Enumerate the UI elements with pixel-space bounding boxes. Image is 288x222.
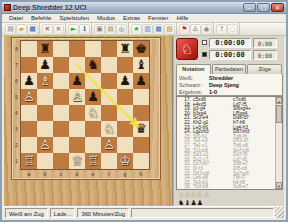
white-pawn[interactable]: ♙: [69, 89, 85, 105]
engine-move-icon[interactable]: ►: [68, 24, 79, 35]
game-info: Weiß: Shredder Schwarz: Deep Sjeng Ergeb…: [176, 74, 283, 96]
status-filler: [131, 208, 274, 218]
square-f1[interactable]: [101, 153, 117, 169]
black-clock-secondary: 0:00: [253, 50, 277, 60]
square-g6[interactable]: ♟: [117, 73, 133, 89]
black-pawn[interactable]: ♟: [69, 73, 85, 89]
status-segment-1: Weiß am Zug: [5, 208, 48, 218]
square-b2[interactable]: ♙: [37, 137, 53, 153]
square-a1[interactable]: ♖: [21, 153, 37, 169]
square-f5[interactable]: [101, 89, 117, 105]
toolbar-group: ★▥▦▧: [130, 23, 177, 35]
menu-befehle[interactable]: Befehle: [27, 15, 55, 21]
menu-datei[interactable]: Datei: [5, 15, 27, 21]
white-pawn[interactable]: ♙: [21, 89, 37, 105]
square-b6[interactable]: ♗: [37, 73, 53, 89]
square-b5[interactable]: [37, 89, 53, 105]
black-rook[interactable]: ♜: [117, 41, 133, 57]
white-bishop[interactable]: ♗: [37, 73, 53, 89]
tab-notation[interactable]: Notation: [176, 64, 211, 74]
status-segment-3: 360 Minuten/Zug: [77, 208, 129, 218]
engine-window-icon[interactable]: ▧: [164, 24, 175, 35]
window-title: Deep Shredder 12 UCI: [13, 4, 242, 11]
square-f4[interactable]: [101, 105, 117, 121]
square-h5[interactable]: [133, 89, 149, 105]
paste-icon[interactable]: ▤: [105, 24, 116, 35]
toolbar-group: ▣▤◎: [93, 23, 129, 35]
rank-label-1: 1: [12, 153, 21, 169]
square-h1[interactable]: [133, 153, 149, 169]
result-value: 1-0: [209, 89, 217, 96]
search-icon[interactable]: ◎: [116, 24, 127, 35]
toolbar-group: ?◌: [215, 23, 240, 35]
rank-label-4: 4: [12, 105, 21, 121]
square-e1[interactable]: ♖: [85, 153, 101, 169]
square-d6[interactable]: ♟: [69, 73, 85, 89]
square-h4[interactable]: [133, 105, 149, 121]
scrollbar-thumb[interactable]: [276, 105, 282, 123]
square-d8[interactable]: [69, 41, 85, 57]
captured-white-pieces: ♗♙♙♙♙: [178, 191, 281, 199]
square-a6[interactable]: ♟: [21, 73, 37, 89]
square-c7[interactable]: [53, 57, 69, 73]
captured-piece-icon: ♙: [203, 191, 209, 199]
square-g3[interactable]: [117, 121, 133, 137]
menu-extras[interactable]: Extras: [119, 15, 144, 21]
white-pawn[interactable]: ♙: [101, 137, 117, 153]
square-h8[interactable]: ♚: [133, 41, 149, 57]
tab-partiedaten[interactable]: Partiedaten: [212, 64, 247, 74]
white-player-name: Shredder: [209, 75, 233, 82]
black-player-label: Schwarz:: [179, 82, 209, 89]
square-g7[interactable]: [117, 57, 133, 73]
square-f7[interactable]: [101, 57, 117, 73]
notation-panel: ♘ 0:00:00 0:00 0:00:00 0:00 NotationPart…: [174, 36, 284, 206]
black-pawn[interactable]: ♟: [21, 73, 37, 89]
square-c2[interactable]: [53, 137, 69, 153]
hint-icon[interactable]: ★: [131, 24, 142, 35]
resize-grip[interactable]: [275, 207, 284, 218]
rank-label-8: 8: [12, 41, 21, 57]
result-label: Ergebnis:: [179, 89, 209, 96]
square-f6[interactable]: [101, 73, 117, 89]
rank-labels: 87654321: [12, 41, 21, 169]
square-g1[interactable]: ♔: [117, 153, 133, 169]
black-pawn[interactable]: ♟: [37, 57, 53, 73]
menu-bar: DateiBefehleSpielstufenModusExtrasFenste…: [2, 14, 286, 23]
file-label-e: e: [85, 170, 101, 178]
black-pawn[interactable]: ♟: [117, 73, 133, 89]
scrollbar-track[interactable]: [276, 104, 282, 182]
shredder-logo: ♘: [176, 38, 198, 60]
square-c4[interactable]: [53, 105, 69, 121]
square-h7[interactable]: ♝: [133, 57, 149, 73]
minimize-button[interactable]: ─: [243, 3, 256, 12]
black-move[interactable]: Sc8-e7: [233, 185, 273, 189]
square-h6[interactable]: ♟: [133, 73, 149, 89]
file-label-f: f: [101, 170, 117, 178]
square-c6[interactable]: [53, 73, 69, 89]
status-segment-2: Lade...: [50, 208, 76, 218]
menu-hilfe[interactable]: Hilfe: [172, 15, 192, 21]
square-c3[interactable]: [53, 121, 69, 137]
file-label-d: d: [69, 170, 85, 178]
white-clock-row: 0:00:00 0:00: [200, 37, 283, 48]
edit-position-icon[interactable]: ✕: [53, 24, 64, 35]
white-rook[interactable]: ♖: [85, 153, 101, 169]
black-rook[interactable]: ♜: [37, 41, 53, 57]
square-b7[interactable]: ♟: [37, 57, 53, 73]
toolbar-group: ✕✕: [41, 23, 66, 35]
square-e4[interactable]: ♘: [85, 105, 101, 121]
snapshot-icon[interactable]: ◉: [201, 24, 212, 35]
setup-icon[interactable]: ♙: [190, 24, 201, 35]
toolbar-group: ►ℹ: [67, 23, 92, 35]
square-h2[interactable]: [133, 137, 149, 153]
app-icon: [4, 4, 11, 11]
tab-züge[interactable]: Züge: [247, 64, 282, 74]
square-f8[interactable]: [101, 41, 117, 57]
white-king[interactable]: ♔: [117, 153, 133, 169]
square-c8[interactable]: [53, 41, 69, 57]
square-f3[interactable]: ♘: [101, 121, 117, 137]
black-king[interactable]: ♚: [133, 41, 149, 57]
square-d2[interactable]: [69, 137, 85, 153]
square-b3[interactable]: [37, 121, 53, 137]
app-window: Deep Shredder 12 UCI ─ ▢ ✕ DateiBefehleS…: [0, 0, 288, 222]
file-labels: abcdefgh: [21, 170, 149, 178]
notation-window-icon[interactable]: ▥: [142, 24, 153, 35]
close-button[interactable]: ✕: [271, 3, 284, 12]
rank-label-2: 2: [12, 137, 21, 153]
square-e8[interactable]: [85, 41, 101, 57]
square-g5[interactable]: [117, 89, 133, 105]
status-bar: Weiß am ZugLade...360 Minuten/Zug: [4, 206, 284, 218]
square-b8[interactable]: ♜: [37, 41, 53, 57]
square-c1[interactable]: [53, 153, 69, 169]
notation-tabs: NotationPartiedatenZüge: [176, 64, 283, 74]
file-label-c: c: [53, 170, 69, 178]
square-g2[interactable]: [117, 137, 133, 153]
square-e7[interactable]: ♞: [85, 57, 101, 73]
save-icon[interactable]: ▦: [27, 24, 38, 35]
square-e5[interactable]: ♟: [85, 89, 101, 105]
square-c5[interactable]: [53, 89, 69, 105]
rank-label-5: 5: [12, 89, 21, 105]
white-indicator-icon: [202, 40, 207, 45]
menu-modus[interactable]: Modus: [93, 15, 119, 21]
flag-icon[interactable]: ⚑: [179, 24, 190, 35]
white-clock: 0:00:00: [209, 38, 251, 48]
delete-icon[interactable]: ✕: [42, 24, 53, 35]
info-icon[interactable]: ℹ: [79, 24, 90, 35]
copy-icon[interactable]: ▣: [94, 24, 105, 35]
clock-area: ♘ 0:00:00 0:00 0:00:00 0:00: [176, 37, 283, 63]
square-a5[interactable]: ♙: [21, 89, 37, 105]
black-pawn[interactable]: ♟: [85, 89, 101, 105]
black-indicator-icon: [202, 52, 207, 57]
scroll-up-icon[interactable]: ▲: [276, 97, 282, 104]
about-icon[interactable]: ◌: [227, 24, 238, 35]
black-clock-row: 0:00:00 0:00: [200, 49, 283, 60]
white-rook[interactable]: ♖: [21, 153, 37, 169]
black-knight[interactable]: ♞: [85, 57, 101, 73]
square-a4[interactable]: [21, 105, 37, 121]
rank-label-3: 3: [12, 121, 21, 137]
black-player-name: Deep Sjeng: [209, 82, 239, 89]
square-f2[interactable]: ♙: [101, 137, 117, 153]
square-d1[interactable]: ♕: [69, 153, 85, 169]
black-queen[interactable]: ♛: [133, 121, 149, 137]
board-panel: 87654321 ♜♜♚♟♞♝♟♗♟♟♟♙♙♟♘♘♛♙♙♖♕♖♔ abcdefg…: [4, 36, 172, 206]
material-display: ♗♙♙♙♙♞♝♟♟: [176, 190, 283, 206]
new-icon[interactable]: ▤: [5, 24, 16, 35]
square-g4[interactable]: [117, 105, 133, 121]
toolbar-group: ⚑♙◉: [178, 23, 214, 35]
square-d4[interactable]: [69, 105, 85, 121]
square-a8[interactable]: [21, 41, 37, 57]
square-e6[interactable]: [85, 73, 101, 89]
file-label-g: g: [117, 170, 133, 178]
square-a7[interactable]: [21, 57, 37, 73]
chess-board: 87654321 ♜♜♚♟♞♝♟♗♟♟♟♙♙♟♘♘♛♙♙♖♕♖♔ abcdefg…: [11, 37, 161, 180]
scroll-down-icon[interactable]: ▼: [276, 182, 282, 189]
square-a3[interactable]: [21, 121, 37, 137]
help-icon[interactable]: ?: [216, 24, 227, 35]
rank-label-7: 7: [12, 57, 21, 73]
open-icon[interactable]: ▰: [16, 24, 27, 35]
white-pawn[interactable]: ♙: [37, 137, 53, 153]
square-e3[interactable]: [85, 121, 101, 137]
maximize-button[interactable]: ▢: [257, 3, 270, 12]
square-g8[interactable]: ♜: [117, 41, 133, 57]
square-b4[interactable]: [37, 105, 53, 121]
move-list: 17.c5xd6c7xd618.e4xd5Ld7-f519.g3-g4Sf6xg…: [177, 97, 275, 189]
move-list-scrollbar[interactable]: ▲ ▼: [275, 97, 282, 189]
square-d3[interactable]: [69, 121, 85, 137]
square-d5[interactable]: ♙: [69, 89, 85, 105]
file-label-b: b: [37, 170, 53, 178]
white-clock-secondary: 0:00: [253, 38, 277, 48]
menu-spielstufen[interactable]: Spielstufen: [55, 15, 93, 21]
rank-label-6: 6: [12, 73, 21, 89]
square-h3[interactable]: ♛: [133, 121, 149, 137]
menu-fenster[interactable]: Fenster: [144, 15, 172, 21]
toolbar: ▤▰▦✕✕►ℹ▣▤◎★▥▦▧⚑♙◉?◌: [2, 23, 286, 36]
title-bar: Deep Shredder 12 UCI ─ ▢ ✕: [2, 2, 286, 14]
black-pawn[interactable]: ♟: [133, 73, 149, 89]
square-e2[interactable]: [85, 137, 101, 153]
white-queen[interactable]: ♕: [69, 153, 85, 169]
white-knight[interactable]: ♘: [101, 121, 117, 137]
square-b1[interactable]: [37, 153, 53, 169]
square-a2[interactable]: [21, 137, 37, 153]
black-clock: 0:00:00: [209, 50, 251, 60]
white-knight[interactable]: ♘: [85, 105, 101, 121]
file-label-h: h: [133, 170, 149, 178]
file-label-a: a: [21, 170, 37, 178]
black-bishop[interactable]: ♝: [133, 57, 149, 73]
white-player-label: Weiß:: [179, 75, 209, 82]
toolbar-group: ▤▰▦: [4, 23, 40, 35]
board-window-icon[interactable]: ▦: [153, 24, 164, 35]
square-d7[interactable]: [69, 57, 85, 73]
